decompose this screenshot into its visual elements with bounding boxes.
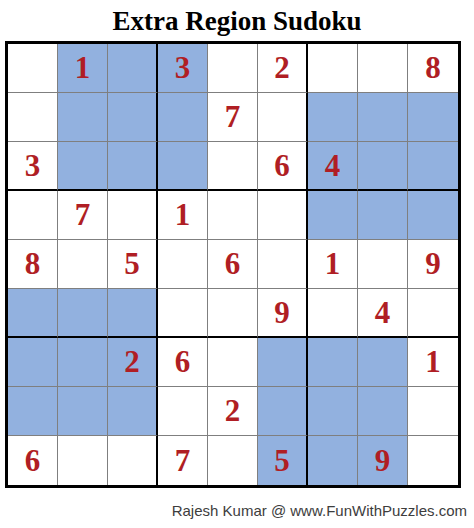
cell-r4c2[interactable]: 7 <box>58 191 108 240</box>
cell-r3c4[interactable] <box>158 142 208 191</box>
sudoku-grid: 1328736471856199426126759 <box>5 41 461 488</box>
cell-r8c6[interactable] <box>258 387 308 436</box>
cell-r4c9[interactable] <box>408 191 458 240</box>
cell-r8c3[interactable] <box>108 387 158 436</box>
cell-r4c1[interactable] <box>8 191 58 240</box>
cell-r3c3[interactable] <box>108 142 158 191</box>
cell-r9c2[interactable] <box>58 436 108 485</box>
cell-r8c9[interactable] <box>408 387 458 436</box>
cell-r1c9[interactable]: 8 <box>408 44 458 93</box>
cell-r6c3[interactable] <box>108 289 158 338</box>
puzzle-page: Extra Region Sudoku 13287364718561994261… <box>0 0 474 528</box>
cell-r5c3[interactable]: 5 <box>108 240 158 289</box>
cell-r2c9[interactable] <box>408 93 458 142</box>
cell-r7c4[interactable]: 6 <box>158 338 208 387</box>
cell-r6c4[interactable] <box>158 289 208 338</box>
cell-r8c7[interactable] <box>308 387 358 436</box>
cell-r1c2[interactable]: 1 <box>58 44 108 93</box>
cell-r4c4[interactable]: 1 <box>158 191 208 240</box>
cell-r6c6[interactable]: 9 <box>258 289 308 338</box>
cell-r6c5[interactable] <box>208 289 258 338</box>
cell-r3c8[interactable] <box>358 142 408 191</box>
cell-r4c6[interactable] <box>258 191 308 240</box>
cell-r6c2[interactable] <box>58 289 108 338</box>
cell-r3c5[interactable] <box>208 142 258 191</box>
cell-r7c8[interactable] <box>358 338 408 387</box>
cell-r5c9[interactable]: 9 <box>408 240 458 289</box>
cell-r2c2[interactable] <box>58 93 108 142</box>
cell-r9c3[interactable] <box>108 436 158 485</box>
cell-r7c9[interactable]: 1 <box>408 338 458 387</box>
attribution-text: Rajesh Kumar @ www.FunWithPuzzles.com <box>172 502 467 519</box>
cell-r5c7[interactable]: 1 <box>308 240 358 289</box>
cell-r3c9[interactable] <box>408 142 458 191</box>
cell-r9c5[interactable] <box>208 436 258 485</box>
cell-r2c7[interactable] <box>308 93 358 142</box>
cell-r3c2[interactable] <box>58 142 108 191</box>
cell-r9c9[interactable] <box>408 436 458 485</box>
cell-r2c3[interactable] <box>108 93 158 142</box>
cell-r7c1[interactable] <box>8 338 58 387</box>
cell-r6c7[interactable] <box>308 289 358 338</box>
cell-r9c4[interactable]: 7 <box>158 436 208 485</box>
cell-r1c5[interactable] <box>208 44 258 93</box>
cell-r7c2[interactable] <box>58 338 108 387</box>
cell-r5c2[interactable] <box>58 240 108 289</box>
cell-r9c6[interactable]: 5 <box>258 436 308 485</box>
cell-r8c5[interactable]: 2 <box>208 387 258 436</box>
cell-r2c5[interactable]: 7 <box>208 93 258 142</box>
cell-r8c1[interactable] <box>8 387 58 436</box>
cell-r4c3[interactable] <box>108 191 158 240</box>
cell-r7c5[interactable] <box>208 338 258 387</box>
cell-r6c9[interactable] <box>408 289 458 338</box>
cell-r6c8[interactable]: 4 <box>358 289 408 338</box>
cell-r5c5[interactable]: 6 <box>208 240 258 289</box>
cell-r4c8[interactable] <box>358 191 408 240</box>
cell-r7c3[interactable]: 2 <box>108 338 158 387</box>
page-title: Extra Region Sudoku <box>0 0 474 36</box>
cell-r5c4[interactable] <box>158 240 208 289</box>
cell-r2c6[interactable] <box>258 93 308 142</box>
cell-r1c1[interactable] <box>8 44 58 93</box>
cell-r9c1[interactable]: 6 <box>8 436 58 485</box>
cell-r1c4[interactable]: 3 <box>158 44 208 93</box>
cell-r8c8[interactable] <box>358 387 408 436</box>
cell-r3c7[interactable]: 4 <box>308 142 358 191</box>
cell-r8c4[interactable] <box>158 387 208 436</box>
cell-r7c6[interactable] <box>258 338 308 387</box>
cell-r5c1[interactable]: 8 <box>8 240 58 289</box>
cell-r2c1[interactable] <box>8 93 58 142</box>
cell-r3c6[interactable]: 6 <box>258 142 308 191</box>
cell-r1c3[interactable] <box>108 44 158 93</box>
cell-r5c8[interactable] <box>358 240 408 289</box>
cell-r2c8[interactable] <box>358 93 408 142</box>
cell-r6c1[interactable] <box>8 289 58 338</box>
cell-r7c7[interactable] <box>308 338 358 387</box>
cell-r3c1[interactable]: 3 <box>8 142 58 191</box>
cell-r8c2[interactable] <box>58 387 108 436</box>
cell-r4c5[interactable] <box>208 191 258 240</box>
cell-r5c6[interactable] <box>258 240 308 289</box>
cell-r2c4[interactable] <box>158 93 208 142</box>
cell-r1c8[interactable] <box>358 44 408 93</box>
cell-r9c7[interactable] <box>308 436 358 485</box>
cell-r4c7[interactable] <box>308 191 358 240</box>
cell-r1c7[interactable] <box>308 44 358 93</box>
cell-r1c6[interactable]: 2 <box>258 44 308 93</box>
cell-r9c8[interactable]: 9 <box>358 436 408 485</box>
